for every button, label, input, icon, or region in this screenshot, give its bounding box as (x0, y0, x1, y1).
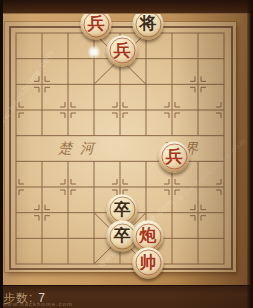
piece-glyph: 帅 (140, 253, 157, 270)
piece-red-soldier[interactable]: 兵 (107, 35, 138, 66)
piece-glyph: 将 (140, 15, 157, 32)
piece-glyph: 兵 (114, 41, 131, 58)
game-screen: 楚河 汉界 www.hackhome.com www.hackhome.com … (0, 0, 253, 308)
steps-value: 7 (38, 291, 46, 305)
screen-edge-right (247, 0, 253, 308)
piece-glyph: 兵 (88, 15, 105, 32)
piece-glyph: 卒 (114, 227, 131, 244)
move-counter: 步数:7 (3, 290, 46, 307)
screen-edge-left (0, 0, 3, 308)
top-bar (0, 0, 253, 14)
river-label-left: 楚河 (50, 140, 102, 158)
xiangqi-board[interactable]: 楚河 汉界 www.hackhome.com www.hackhome.com … (0, 0, 253, 308)
piece-glyph: 炮 (140, 227, 157, 244)
piece-glyph: 卒 (114, 200, 131, 217)
steps-label: 步数: (3, 291, 33, 305)
piece-red-general[interactable]: 帅 (133, 247, 164, 278)
piece-red-soldier[interactable]: 兵 (159, 141, 190, 172)
hud-bar: 步数:7 www.hackhome.com (0, 285, 253, 308)
piece-glyph: 兵 (166, 147, 183, 164)
